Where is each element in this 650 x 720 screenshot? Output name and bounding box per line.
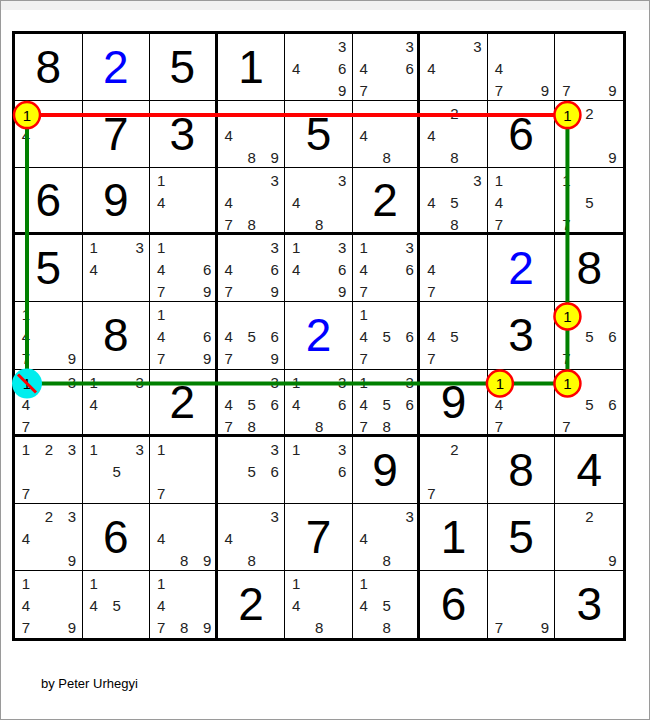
- cell-r4c7[interactable]: 47: [420, 235, 488, 302]
- given-digit: 2: [353, 168, 418, 232]
- candidate-8: 8: [312, 620, 326, 636]
- candidate-3: 3: [268, 173, 282, 189]
- candidate-3: 3: [133, 375, 147, 391]
- given-digit: 5: [15, 235, 82, 301]
- candidate-8: 8: [245, 217, 259, 233]
- candidate-7: 7: [424, 486, 438, 502]
- cell-r8c7[interactable]: 1: [420, 504, 488, 571]
- candidate-1: 1: [19, 375, 33, 391]
- candidate-8: 8: [447, 150, 461, 166]
- cell-r7c3[interactable]: 17: [150, 437, 218, 504]
- candidate-4: 4: [154, 531, 168, 547]
- candidate-7: 7: [154, 284, 168, 300]
- cell-r8c1[interactable]: 2349: [15, 504, 83, 571]
- candidate-8: 8: [380, 553, 394, 569]
- solved-digit: 2: [83, 34, 150, 100]
- candidate-8: 8: [245, 419, 259, 435]
- candidate-9: 9: [65, 620, 79, 636]
- candidate-2: 2: [582, 509, 596, 525]
- candidate-3: 3: [65, 375, 79, 391]
- cell-r5c4[interactable]: 45679: [218, 302, 286, 369]
- candidate-6: 6: [605, 329, 619, 345]
- candidate-3: 3: [470, 173, 484, 189]
- candidate-6: 6: [200, 262, 214, 278]
- candidate-4: 4: [357, 128, 371, 144]
- sudoku-page: 8251346934673447979147348954824861296914…: [0, 0, 650, 720]
- solved-digit: 2: [488, 235, 555, 301]
- candidate-5: 5: [245, 464, 259, 480]
- candidate-7: 7: [492, 620, 506, 636]
- candidate-6: 6: [335, 464, 349, 480]
- candidate-5: 5: [582, 195, 596, 211]
- candidate-3: 3: [268, 509, 282, 525]
- cell-r1c2[interactable]: 2: [83, 34, 151, 101]
- candidate-4: 4: [19, 329, 33, 345]
- candidate-4: 4: [492, 397, 506, 413]
- cell-r5c8[interactable]: 3: [488, 302, 556, 369]
- cell-r1c9[interactable]: 79: [555, 34, 623, 101]
- candidate-5: 5: [380, 397, 394, 413]
- cell-r4c3[interactable]: 14679: [150, 235, 218, 302]
- candidate-7: 7: [492, 419, 506, 435]
- candidate-9: 9: [200, 553, 214, 569]
- cell-r4c6[interactable]: 13467: [353, 235, 421, 302]
- candidate-4: 4: [222, 128, 236, 144]
- cell-r7c2[interactable]: 135: [83, 437, 151, 504]
- candidate-7: 7: [357, 351, 371, 367]
- given-digit: 2: [218, 571, 285, 638]
- given-digit: 9: [83, 168, 150, 232]
- cell-r5c1[interactable]: 1479: [15, 302, 83, 369]
- candidate-6: 6: [268, 464, 282, 480]
- candidate-1: 1: [559, 106, 573, 122]
- cell-r1c1[interactable]: 8: [15, 34, 83, 101]
- cell-r1c5[interactable]: 3469: [285, 34, 353, 101]
- cell-r2c8[interactable]: 6: [488, 101, 556, 168]
- given-digit: 7: [285, 504, 352, 570]
- candidate-5: 5: [380, 598, 394, 614]
- candidate-6: 6: [335, 397, 349, 413]
- credit-text: by Peter Urhegyi: [41, 676, 138, 691]
- candidate-1: 1: [289, 375, 303, 391]
- candidate-1: 1: [19, 442, 33, 458]
- cell-r7c6[interactable]: 9: [353, 437, 421, 504]
- given-digit: 2: [150, 370, 215, 434]
- candidate-6: 6: [403, 61, 417, 77]
- candidate-4: 4: [492, 195, 506, 211]
- candidate-7: 7: [222, 419, 236, 435]
- candidate-5: 5: [245, 329, 259, 345]
- candidate-4: 4: [87, 598, 101, 614]
- cell-r9c4[interactable]: 2: [218, 571, 286, 638]
- candidate-5: 5: [110, 464, 124, 480]
- candidate-4: 4: [154, 329, 168, 345]
- candidate-4: 4: [19, 531, 33, 547]
- candidate-1: 1: [19, 106, 33, 122]
- candidate-3: 3: [335, 442, 349, 458]
- cell-r4c2[interactable]: 134: [83, 235, 151, 302]
- candidate-3: 3: [335, 173, 349, 189]
- sudoku-board: 8251346934673447979147348954824861296914…: [12, 31, 626, 641]
- candidate-7: 7: [222, 284, 236, 300]
- cell-r3c4[interactable]: 3478: [218, 168, 286, 235]
- candidate-6: 6: [403, 262, 417, 278]
- given-digit: 1: [218, 34, 285, 100]
- candidate-4: 4: [289, 397, 303, 413]
- given-digit: 3: [555, 571, 623, 638]
- candidate-4: 4: [19, 128, 33, 144]
- candidate-8: 8: [380, 620, 394, 636]
- candidate-3: 3: [133, 442, 147, 458]
- candidate-4: 4: [222, 329, 236, 345]
- candidate-4: 4: [19, 397, 33, 413]
- candidate-4: 4: [154, 262, 168, 278]
- candidate-5: 5: [447, 195, 461, 211]
- candidate-9: 9: [65, 553, 79, 569]
- candidate-5: 5: [582, 397, 596, 413]
- cell-r6c8[interactable]: 147: [488, 370, 556, 437]
- cell-r3c1[interactable]: 6: [15, 168, 83, 235]
- cell-r2c2[interactable]: 7: [83, 101, 151, 168]
- cell-r3c9[interactable]: 157: [555, 168, 623, 235]
- given-digit: 8: [83, 302, 150, 368]
- candidate-3: 3: [470, 39, 484, 55]
- candidate-1: 1: [559, 375, 573, 391]
- candidate-8: 8: [312, 217, 326, 233]
- candidate-9: 9: [335, 284, 349, 300]
- cell-r2c4[interactable]: 489: [218, 101, 286, 168]
- cell-r6c7[interactable]: 9: [420, 370, 488, 437]
- candidate-4: 4: [424, 329, 438, 345]
- cell-r5c5[interactable]: 2: [285, 302, 353, 369]
- candidate-6: 6: [403, 329, 417, 345]
- candidate-2: 2: [582, 106, 596, 122]
- candidate-4: 4: [154, 598, 168, 614]
- cell-r3c2[interactable]: 9: [83, 168, 151, 235]
- candidate-7: 7: [424, 284, 438, 300]
- cell-r8c2[interactable]: 6: [83, 504, 151, 571]
- candidate-6: 6: [268, 397, 282, 413]
- candidate-3: 3: [133, 240, 147, 256]
- candidate-6: 6: [335, 262, 349, 278]
- candidate-8: 8: [177, 553, 191, 569]
- candidate-7: 7: [357, 83, 371, 99]
- candidate-8: 8: [177, 620, 191, 636]
- candidate-4: 4: [492, 61, 506, 77]
- candidate-7: 7: [559, 217, 573, 233]
- candidate-1: 1: [87, 240, 101, 256]
- given-digit: 6: [83, 504, 150, 570]
- candidate-7: 7: [559, 83, 573, 99]
- candidate-6: 6: [335, 61, 349, 77]
- given-digit: 5: [488, 504, 555, 570]
- cell-r9c5[interactable]: 148: [285, 571, 353, 638]
- candidate-4: 4: [222, 262, 236, 278]
- candidate-8: 8: [245, 150, 259, 166]
- candidate-1: 1: [154, 442, 168, 458]
- given-digit: 9: [420, 370, 487, 434]
- candidate-7: 7: [19, 419, 33, 435]
- candidate-3: 3: [268, 375, 282, 391]
- cell-r8c9[interactable]: 29: [555, 504, 623, 571]
- cell-r6c3[interactable]: 2: [150, 370, 218, 437]
- candidate-3: 3: [335, 240, 349, 256]
- candidate-1: 1: [19, 576, 33, 592]
- cell-r9c1[interactable]: 1479: [15, 571, 83, 638]
- candidate-7: 7: [222, 351, 236, 367]
- given-digit: 4: [555, 437, 623, 503]
- cell-r7c5[interactable]: 136: [285, 437, 353, 504]
- cell-r4c8[interactable]: 2: [488, 235, 556, 302]
- candidate-2: 2: [42, 509, 56, 525]
- candidate-4: 4: [424, 195, 438, 211]
- candidate-5: 5: [447, 329, 461, 345]
- given-digit: 1: [420, 504, 487, 570]
- candidate-5: 5: [245, 397, 259, 413]
- cell-r6c1[interactable]: 1347: [15, 370, 83, 437]
- candidate-4: 4: [357, 531, 371, 547]
- candidate-3: 3: [65, 509, 79, 525]
- candidate-1: 1: [559, 307, 573, 323]
- cell-r8c3[interactable]: 489: [150, 504, 218, 571]
- candidate-7: 7: [19, 620, 33, 636]
- cell-r8c8[interactable]: 5: [488, 504, 556, 571]
- candidate-4: 4: [424, 61, 438, 77]
- candidate-1: 1: [87, 442, 101, 458]
- given-digit: 5: [285, 101, 352, 167]
- candidate-7: 7: [492, 217, 506, 233]
- candidate-3: 3: [403, 375, 417, 391]
- cell-r6c9[interactable]: 1567: [555, 370, 623, 437]
- cell-r9c7[interactable]: 6: [420, 571, 488, 638]
- candidate-4: 4: [289, 195, 303, 211]
- candidate-5: 5: [110, 598, 124, 614]
- candidate-1: 1: [154, 173, 168, 189]
- candidate-3: 3: [335, 39, 349, 55]
- given-digit: 3: [488, 302, 555, 368]
- candidate-9: 9: [268, 150, 282, 166]
- candidate-1: 1: [357, 240, 371, 256]
- candidate-4: 4: [357, 397, 371, 413]
- candidate-7: 7: [154, 351, 168, 367]
- cell-r2c6[interactable]: 48: [353, 101, 421, 168]
- cell-r9c9[interactable]: 3: [555, 571, 623, 638]
- candidate-4: 4: [222, 195, 236, 211]
- candidate-3: 3: [403, 509, 417, 525]
- candidate-1: 1: [559, 173, 573, 189]
- candidate-7: 7: [154, 620, 168, 636]
- cell-r6c6[interactable]: 1345678: [353, 370, 421, 437]
- given-digit: 7: [83, 101, 150, 167]
- candidate-4: 4: [87, 397, 101, 413]
- given-digit: 8: [488, 437, 555, 503]
- cell-r8c6[interactable]: 348: [353, 504, 421, 571]
- candidate-9: 9: [538, 620, 552, 636]
- cell-r7c9[interactable]: 4: [555, 437, 623, 504]
- candidate-8: 8: [380, 150, 394, 166]
- cell-r5c6[interactable]: 14567: [353, 302, 421, 369]
- cell-r7c8[interactable]: 8: [488, 437, 556, 504]
- candidate-9: 9: [268, 351, 282, 367]
- cell-r2c9[interactable]: 129: [555, 101, 623, 168]
- candidate-4: 4: [289, 262, 303, 278]
- candidate-4: 4: [154, 195, 168, 211]
- candidate-7: 7: [154, 486, 168, 502]
- cell-r3c7[interactable]: 3458: [420, 168, 488, 235]
- cell-r4c4[interactable]: 34679: [218, 235, 286, 302]
- cell-r9c2[interactable]: 145: [83, 571, 151, 638]
- candidate-4: 4: [357, 598, 371, 614]
- cell-r8c5[interactable]: 7: [285, 504, 353, 571]
- cell-r5c3[interactable]: 14679: [150, 302, 218, 369]
- given-digit: 3: [150, 101, 215, 167]
- candidate-4: 4: [357, 262, 371, 278]
- cell-r7c1[interactable]: 1237: [15, 437, 83, 504]
- cell-r3c5[interactable]: 348: [285, 168, 353, 235]
- candidate-1: 1: [87, 375, 101, 391]
- window-top-strip: [1, 1, 649, 10]
- cell-r4c1[interactable]: 5: [15, 235, 83, 302]
- cell-r1c4[interactable]: 1: [218, 34, 286, 101]
- candidate-2: 2: [447, 106, 461, 122]
- candidate-7: 7: [357, 284, 371, 300]
- candidate-4: 4: [87, 262, 101, 278]
- given-digit: 6: [488, 101, 555, 167]
- given-digit: 8: [15, 34, 82, 100]
- given-digit: 6: [420, 571, 487, 638]
- cell-r3c3[interactable]: 14: [150, 168, 218, 235]
- candidate-7: 7: [559, 419, 573, 435]
- candidate-8: 8: [447, 217, 461, 233]
- candidate-3: 3: [268, 240, 282, 256]
- cell-r3c6[interactable]: 2: [353, 168, 421, 235]
- cell-r8c4[interactable]: 348: [218, 504, 286, 571]
- candidate-7: 7: [222, 217, 236, 233]
- cell-r7c4[interactable]: 356: [218, 437, 286, 504]
- candidate-2: 2: [42, 442, 56, 458]
- candidate-4: 4: [424, 262, 438, 278]
- given-digit: 8: [555, 235, 623, 301]
- cell-r4c9[interactable]: 8: [555, 235, 623, 302]
- given-digit: 6: [15, 168, 82, 232]
- candidate-9: 9: [200, 620, 214, 636]
- candidate-4: 4: [424, 128, 438, 144]
- given-digit: 5: [150, 34, 215, 100]
- candidate-4: 4: [222, 531, 236, 547]
- cell-r2c7[interactable]: 248: [420, 101, 488, 168]
- candidate-7: 7: [357, 419, 371, 435]
- candidate-3: 3: [403, 240, 417, 256]
- cell-r6c5[interactable]: 13468: [285, 370, 353, 437]
- candidate-5: 5: [582, 329, 596, 345]
- cell-r5c2[interactable]: 8: [83, 302, 151, 369]
- cell-r1c8[interactable]: 479: [488, 34, 556, 101]
- candidate-9: 9: [605, 83, 619, 99]
- candidate-9: 9: [605, 150, 619, 166]
- candidate-4: 4: [357, 61, 371, 77]
- candidate-1: 1: [357, 307, 371, 323]
- candidate-6: 6: [403, 397, 417, 413]
- given-digit: 9: [353, 437, 418, 503]
- cell-r1c3[interactable]: 5: [150, 34, 218, 101]
- candidate-7: 7: [19, 486, 33, 502]
- candidate-4: 4: [222, 397, 236, 413]
- candidate-6: 6: [268, 329, 282, 345]
- candidate-2: 2: [447, 442, 461, 458]
- candidate-3: 3: [403, 39, 417, 55]
- cell-r6c2[interactable]: 134: [83, 370, 151, 437]
- candidate-3: 3: [65, 442, 79, 458]
- candidate-4: 4: [289, 598, 303, 614]
- cell-r2c1[interactable]: 14: [15, 101, 83, 168]
- cell-r1c6[interactable]: 3467: [353, 34, 421, 101]
- candidate-8: 8: [245, 553, 259, 569]
- candidate-1: 1: [289, 576, 303, 592]
- candidate-8: 8: [380, 419, 394, 435]
- candidate-1: 1: [357, 576, 371, 592]
- candidate-9: 9: [268, 284, 282, 300]
- candidate-8: 8: [312, 419, 326, 435]
- cell-r5c7[interactable]: 457: [420, 302, 488, 369]
- candidate-1: 1: [154, 307, 168, 323]
- cell-r9c6[interactable]: 1458: [353, 571, 421, 638]
- candidate-1: 1: [19, 307, 33, 323]
- candidate-5: 5: [380, 329, 394, 345]
- candidate-9: 9: [605, 553, 619, 569]
- candidate-1: 1: [289, 442, 303, 458]
- cell-r3c8[interactable]: 147: [488, 168, 556, 235]
- candidate-7: 7: [424, 351, 438, 367]
- candidate-7: 7: [19, 351, 33, 367]
- candidate-4: 4: [357, 329, 371, 345]
- candidate-9: 9: [200, 351, 214, 367]
- candidate-6: 6: [268, 262, 282, 278]
- candidate-1: 1: [492, 173, 506, 189]
- candidate-9: 9: [65, 351, 79, 367]
- cell-r4c5[interactable]: 13469: [285, 235, 353, 302]
- cell-r6c4[interactable]: 345678: [218, 370, 286, 437]
- candidate-1: 1: [357, 375, 371, 391]
- cell-r9c8[interactable]: 79: [488, 571, 556, 638]
- candidate-9: 9: [335, 83, 349, 99]
- cell-r7c7[interactable]: 27: [420, 437, 488, 504]
- candidate-1: 1: [154, 576, 168, 592]
- candidate-1: 1: [87, 576, 101, 592]
- cell-r2c3[interactable]: 3: [150, 101, 218, 168]
- candidate-3: 3: [335, 375, 349, 391]
- solved-digit: 2: [285, 302, 352, 368]
- cell-r2c5[interactable]: 5: [285, 101, 353, 168]
- candidate-7: 7: [492, 83, 506, 99]
- candidate-1: 1: [154, 240, 168, 256]
- candidate-3: 3: [268, 442, 282, 458]
- candidate-4: 4: [289, 61, 303, 77]
- candidate-4: 4: [19, 598, 33, 614]
- cell-r1c7[interactable]: 34: [420, 34, 488, 101]
- candidate-6: 6: [200, 329, 214, 345]
- candidate-1: 1: [492, 375, 506, 391]
- candidate-6: 6: [605, 397, 619, 413]
- candidate-1: 1: [289, 240, 303, 256]
- candidate-9: 9: [538, 83, 552, 99]
- cell-r9c3[interactable]: 14789: [150, 571, 218, 638]
- candidate-9: 9: [200, 284, 214, 300]
- cell-r5c9[interactable]: 1567: [555, 302, 623, 369]
- candidate-7: 7: [559, 351, 573, 367]
